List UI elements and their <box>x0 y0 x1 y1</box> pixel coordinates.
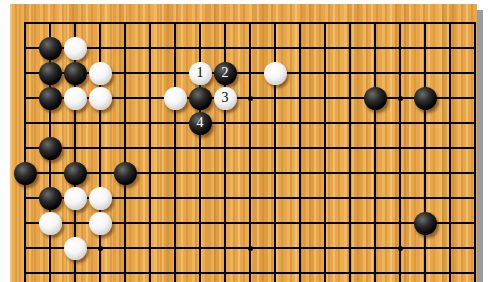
grid-line-vertical <box>374 22 376 282</box>
stone-white-L17 <box>264 62 287 85</box>
stone-black-B12 <box>39 187 62 210</box>
grid-line-vertical <box>174 22 176 282</box>
stone-white-D17 <box>89 62 112 85</box>
grid-line-vertical <box>299 22 301 282</box>
stone-black-R11 <box>414 212 437 235</box>
grid-line-horizontal <box>24 47 476 49</box>
grid-line-vertical <box>449 22 451 282</box>
go-diagram-page: 1234 <box>0 0 500 282</box>
stone-white-D12 <box>89 187 112 210</box>
stone-black-H15: 4 <box>189 112 212 135</box>
grid-line-horizontal <box>24 122 476 124</box>
move-number-label: 2 <box>222 66 229 80</box>
stone-white-C18 <box>64 37 87 60</box>
grid-line-horizontal <box>24 22 476 24</box>
grid-line-vertical <box>349 22 351 282</box>
stone-black-H16 <box>189 87 212 110</box>
star-point <box>98 246 103 251</box>
star-point <box>248 246 253 251</box>
star-point <box>248 96 253 101</box>
stone-white-C10 <box>64 237 87 260</box>
stone-black-J17: 2 <box>214 62 237 85</box>
stone-black-P16 <box>364 87 387 110</box>
grid-line-horizontal <box>24 272 476 274</box>
stone-white-C12 <box>64 187 87 210</box>
grid-line-vertical <box>24 22 26 282</box>
go-board[interactable]: 1234 <box>10 4 477 282</box>
stone-black-B18 <box>39 37 62 60</box>
grid-line-vertical <box>324 22 326 282</box>
move-number-label: 4 <box>197 116 204 130</box>
stone-white-D11 <box>89 212 112 235</box>
grid-line-vertical <box>249 22 251 282</box>
grid-line-vertical <box>399 22 401 282</box>
move-number-label: 1 <box>197 66 204 80</box>
grid-line-horizontal <box>24 172 476 174</box>
grid-line-vertical <box>474 22 476 282</box>
move-number-label: 3 <box>222 91 229 105</box>
star-point <box>398 96 403 101</box>
grid-line-vertical <box>149 22 151 282</box>
stone-black-B16 <box>39 87 62 110</box>
stone-black-A13 <box>14 162 37 185</box>
stone-black-E13 <box>114 162 137 185</box>
stone-white-H17: 1 <box>189 62 212 85</box>
grid-line-vertical <box>124 22 126 282</box>
stone-black-C17 <box>64 62 87 85</box>
star-point <box>398 246 403 251</box>
stone-black-R16 <box>414 87 437 110</box>
stone-black-B17 <box>39 62 62 85</box>
stone-black-B14 <box>39 137 62 160</box>
stone-white-C16 <box>64 87 87 110</box>
stone-white-D16 <box>89 87 112 110</box>
stone-white-J16: 3 <box>214 87 237 110</box>
stone-white-B11 <box>39 212 62 235</box>
stone-white-G16 <box>164 87 187 110</box>
grid-line-vertical <box>424 22 426 282</box>
grid-line-horizontal <box>24 147 476 149</box>
stone-black-C13 <box>64 162 87 185</box>
